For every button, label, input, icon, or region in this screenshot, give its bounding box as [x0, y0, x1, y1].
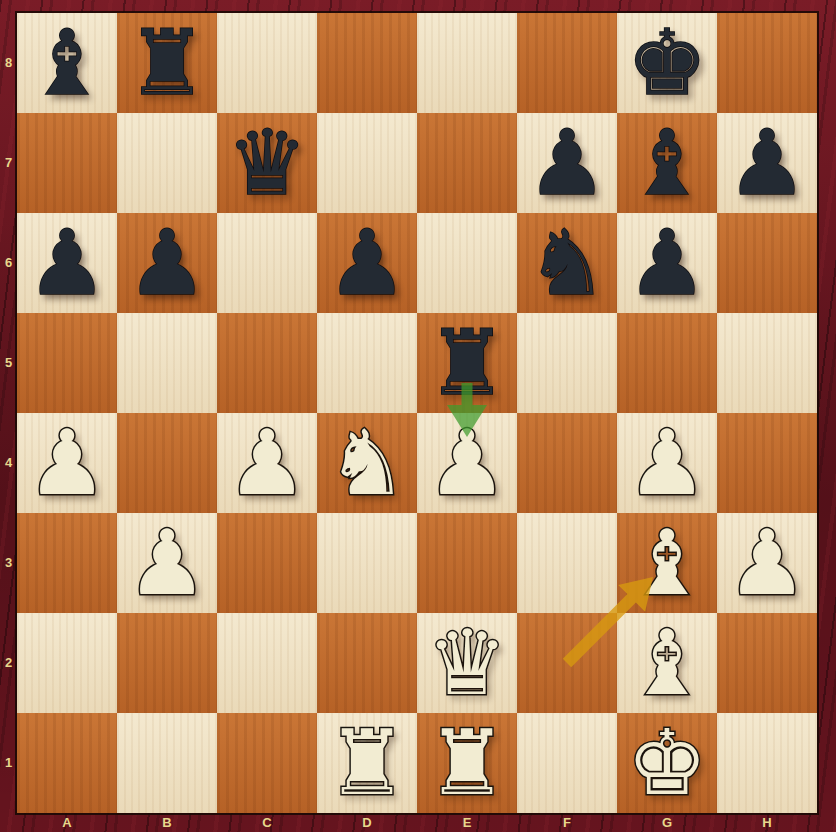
square-g8[interactable]: ♚	[617, 13, 717, 113]
piece-black-bishop-a8[interactable]: ♝	[17, 13, 117, 113]
square-h4[interactable]	[717, 413, 817, 513]
square-g5[interactable]	[617, 313, 717, 413]
piece-black-knight-f6[interactable]: ♞	[517, 213, 617, 313]
file-label-a: A	[17, 813, 117, 832]
chess-board[interactable]: ♝♜♚♛♟♝♟♟♟♟♞♟♜♟♟♞♟♟♟♝♟♛♝♜♜♚	[17, 13, 817, 813]
piece-white-king-g1[interactable]: ♚	[617, 713, 717, 813]
square-d8[interactable]	[317, 13, 417, 113]
square-b4[interactable]	[117, 413, 217, 513]
piece-black-pawn-b6[interactable]: ♟	[117, 213, 217, 313]
rank-label-5: 5	[0, 353, 17, 373]
square-e4[interactable]: ♟	[417, 413, 517, 513]
square-f4[interactable]	[517, 413, 617, 513]
square-c1[interactable]	[217, 713, 317, 813]
piece-white-pawn-a4[interactable]: ♟	[17, 413, 117, 513]
file-label-d: D	[317, 813, 417, 832]
square-f7[interactable]: ♟	[517, 113, 617, 213]
square-c8[interactable]	[217, 13, 317, 113]
square-e8[interactable]	[417, 13, 517, 113]
rank-label-2: 2	[0, 653, 17, 673]
square-a4[interactable]: ♟	[17, 413, 117, 513]
piece-black-king-g8[interactable]: ♚	[617, 13, 717, 113]
square-h5[interactable]	[717, 313, 817, 413]
square-a2[interactable]	[17, 613, 117, 713]
chess-app-window: ♝♜♚♛♟♝♟♟♟♟♞♟♜♟♟♞♟♟♟♝♟♛♝♜♜♚ 87654321ABCDE…	[0, 0, 836, 832]
piece-white-rook-e1[interactable]: ♜	[417, 713, 517, 813]
square-f2[interactable]	[517, 613, 617, 713]
square-e3[interactable]	[417, 513, 517, 613]
square-f6[interactable]: ♞	[517, 213, 617, 313]
square-a7[interactable]	[17, 113, 117, 213]
file-label-e: E	[417, 813, 517, 832]
square-b8[interactable]: ♜	[117, 13, 217, 113]
square-d2[interactable]	[317, 613, 417, 713]
square-a5[interactable]	[17, 313, 117, 413]
square-f1[interactable]	[517, 713, 617, 813]
square-g1[interactable]: ♚	[617, 713, 717, 813]
square-b1[interactable]	[117, 713, 217, 813]
square-d5[interactable]	[317, 313, 417, 413]
square-h8[interactable]	[717, 13, 817, 113]
square-h3[interactable]: ♟	[717, 513, 817, 613]
piece-white-pawn-e4[interactable]: ♟	[417, 413, 517, 513]
square-c4[interactable]: ♟	[217, 413, 317, 513]
square-b7[interactable]	[117, 113, 217, 213]
square-f8[interactable]	[517, 13, 617, 113]
square-g2[interactable]: ♝	[617, 613, 717, 713]
piece-black-rook-b8[interactable]: ♜	[117, 13, 217, 113]
rank-label-1: 1	[0, 753, 17, 773]
rank-label-8: 8	[0, 53, 17, 73]
square-d3[interactable]	[317, 513, 417, 613]
square-d4[interactable]: ♞	[317, 413, 417, 513]
square-h7[interactable]: ♟	[717, 113, 817, 213]
square-c5[interactable]	[217, 313, 317, 413]
piece-white-knight-d4[interactable]: ♞	[317, 413, 417, 513]
piece-white-queen-e2[interactable]: ♛	[417, 613, 517, 713]
file-label-h: H	[717, 813, 817, 832]
square-e5[interactable]: ♜	[417, 313, 517, 413]
file-label-g: G	[617, 813, 717, 832]
square-h1[interactable]	[717, 713, 817, 813]
square-d1[interactable]: ♜	[317, 713, 417, 813]
square-d6[interactable]: ♟	[317, 213, 417, 313]
square-a1[interactable]	[17, 713, 117, 813]
piece-black-pawn-f7[interactable]: ♟	[517, 113, 617, 213]
square-g3[interactable]: ♝	[617, 513, 717, 613]
piece-white-pawn-g4[interactable]: ♟	[617, 413, 717, 513]
square-e1[interactable]: ♜	[417, 713, 517, 813]
square-d7[interactable]	[317, 113, 417, 213]
piece-black-bishop-g7[interactable]: ♝	[617, 113, 717, 213]
square-a8[interactable]: ♝	[17, 13, 117, 113]
square-h6[interactable]	[717, 213, 817, 313]
piece-white-pawn-b3[interactable]: ♟	[117, 513, 217, 613]
rank-label-7: 7	[0, 153, 17, 173]
square-c2[interactable]	[217, 613, 317, 713]
square-f3[interactable]	[517, 513, 617, 613]
rank-label-6: 6	[0, 253, 17, 273]
piece-black-rook-e5[interactable]: ♜	[417, 313, 517, 413]
square-c3[interactable]	[217, 513, 317, 613]
square-e6[interactable]	[417, 213, 517, 313]
rank-label-4: 4	[0, 453, 17, 473]
square-f5[interactable]	[517, 313, 617, 413]
piece-black-pawn-h7[interactable]: ♟	[717, 113, 817, 213]
piece-white-pawn-h3[interactable]: ♟	[717, 513, 817, 613]
square-a6[interactable]: ♟	[17, 213, 117, 313]
piece-white-rook-d1[interactable]: ♜	[317, 713, 417, 813]
square-h2[interactable]	[717, 613, 817, 713]
file-label-f: F	[517, 813, 617, 832]
piece-white-bishop-g2[interactable]: ♝	[617, 613, 717, 713]
rank-label-3: 3	[0, 553, 17, 573]
square-b6[interactable]: ♟	[117, 213, 217, 313]
square-b3[interactable]: ♟	[117, 513, 217, 613]
square-e2[interactable]: ♛	[417, 613, 517, 713]
square-g7[interactable]: ♝	[617, 113, 717, 213]
piece-black-queen-c7[interactable]: ♛	[217, 113, 317, 213]
piece-black-pawn-d6[interactable]: ♟	[317, 213, 417, 313]
square-b5[interactable]	[117, 313, 217, 413]
square-e7[interactable]	[417, 113, 517, 213]
file-label-c: C	[217, 813, 317, 832]
square-c6[interactable]	[217, 213, 317, 313]
square-b2[interactable]	[117, 613, 217, 713]
square-g6[interactable]: ♟	[617, 213, 717, 313]
square-a3[interactable]	[17, 513, 117, 613]
square-c7[interactable]: ♛	[217, 113, 317, 213]
piece-black-pawn-a6[interactable]: ♟	[17, 213, 117, 313]
piece-black-pawn-g6[interactable]: ♟	[617, 213, 717, 313]
piece-white-bishop-g3[interactable]: ♝	[617, 513, 717, 613]
file-label-b: B	[117, 813, 217, 832]
square-g4[interactable]: ♟	[617, 413, 717, 513]
piece-white-pawn-c4[interactable]: ♟	[217, 413, 317, 513]
